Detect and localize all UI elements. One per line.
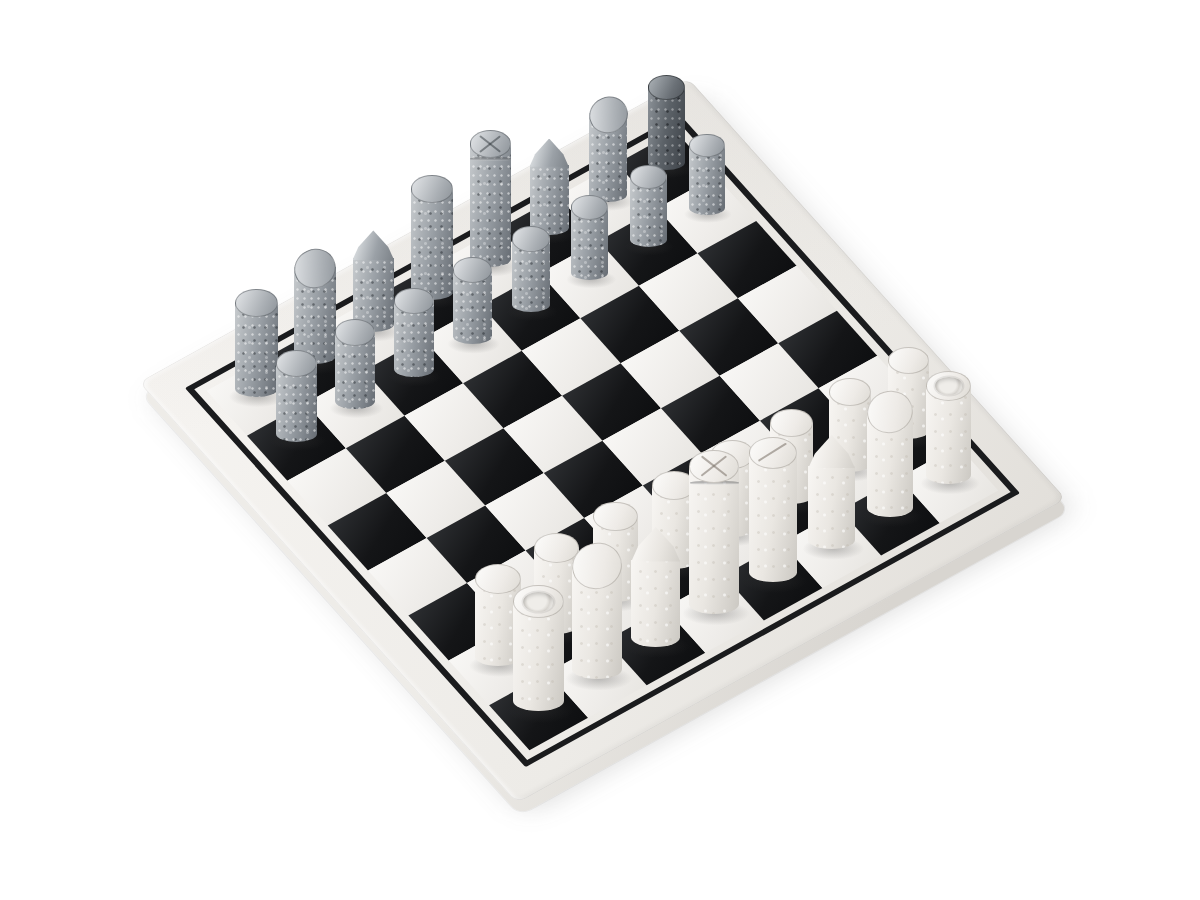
ring-groove (470, 157, 511, 161)
chess-board (139, 78, 1067, 804)
cylinder-top (470, 130, 512, 158)
board-grid (207, 131, 999, 750)
x-mark (479, 135, 501, 153)
product-photo-scene: Overhead product photo of a black-and-wh… (0, 0, 1200, 900)
x-mark (479, 135, 501, 153)
cylinder-top (411, 175, 453, 203)
board-border-line (185, 114, 1020, 767)
